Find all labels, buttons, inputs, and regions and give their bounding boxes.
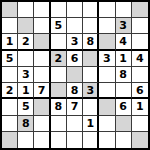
cell-r7c1[interactable] xyxy=(2,99,18,115)
cell-r1c4[interactable] xyxy=(51,2,67,18)
cell-r5c3[interactable] xyxy=(34,67,50,83)
cell-r3c4[interactable] xyxy=(51,34,67,50)
cell-r7c7[interactable] xyxy=(99,99,115,115)
cell-r2c4-given: 5 xyxy=(51,18,67,34)
cell-r5c7[interactable] xyxy=(99,67,115,83)
cell-r9c2[interactable] xyxy=(18,132,34,148)
cell-r6c8[interactable] xyxy=(116,83,132,99)
cell-r4c2[interactable] xyxy=(18,51,34,67)
cell-r8c6-given: 1 xyxy=(83,116,99,132)
cell-r8c8[interactable] xyxy=(116,116,132,132)
cell-r5c1[interactable] xyxy=(2,67,18,83)
cell-r1c3[interactable] xyxy=(34,2,50,18)
cell-r3c2-given: 2 xyxy=(18,34,34,50)
cell-r7c3[interactable] xyxy=(34,99,50,115)
cell-r8c5[interactable] xyxy=(67,116,83,132)
cell-r4c7-given: 3 xyxy=(99,51,115,67)
cell-r5c9[interactable] xyxy=(132,67,148,83)
cell-r8c7[interactable] xyxy=(99,116,115,132)
cell-r6c5-given: 8 xyxy=(67,83,83,99)
cell-r1c9[interactable] xyxy=(132,2,148,18)
cell-r1c6[interactable] xyxy=(83,2,99,18)
cell-r6c9-given: 6 xyxy=(132,83,148,99)
cell-r7c8-given: 6 xyxy=(116,99,132,115)
cell-r4c8-given: 1 xyxy=(116,51,132,67)
cell-r4c6[interactable] xyxy=(83,51,99,67)
cell-r5c4[interactable] xyxy=(51,67,67,83)
cell-r3c1-given: 1 xyxy=(2,34,18,50)
cell-r1c8[interactable] xyxy=(116,2,132,18)
sudoku-board: 5312384526314382178365876181 xyxy=(0,0,150,150)
cell-r8c3[interactable] xyxy=(34,116,50,132)
cell-r2c1[interactable] xyxy=(2,18,18,34)
cell-r6c6-given: 3 xyxy=(83,83,99,99)
cell-r6c2-given: 1 xyxy=(18,83,34,99)
cell-r9c1[interactable] xyxy=(2,132,18,148)
cell-r1c2[interactable] xyxy=(18,2,34,18)
cell-r5c8-given: 8 xyxy=(116,67,132,83)
cell-r2c6[interactable] xyxy=(83,18,99,34)
cell-r5c2-given: 3 xyxy=(18,67,34,83)
cell-r3c6-given: 8 xyxy=(83,34,99,50)
cell-r8c4[interactable] xyxy=(51,116,67,132)
cell-r2c7[interactable] xyxy=(99,18,115,34)
cell-r3c8-given: 4 xyxy=(116,34,132,50)
cell-r4c9-given: 4 xyxy=(132,51,148,67)
cell-r9c4[interactable] xyxy=(51,132,67,148)
cell-r6c1-given: 2 xyxy=(2,83,18,99)
cell-r8c1[interactable] xyxy=(2,116,18,132)
cell-r5c6[interactable] xyxy=(83,67,99,83)
cell-r3c5-given: 3 xyxy=(67,34,83,50)
cell-r2c8-given: 3 xyxy=(116,18,132,34)
cell-r4c4-given: 2 xyxy=(51,51,67,67)
cell-r8c9[interactable] xyxy=(132,116,148,132)
cell-r8c2-given: 8 xyxy=(18,116,34,132)
cell-r4c5-given: 6 xyxy=(67,51,83,67)
cell-r9c9[interactable] xyxy=(132,132,148,148)
cell-r3c9[interactable] xyxy=(132,34,148,50)
cell-r4c3[interactable] xyxy=(34,51,50,67)
cell-r2c3[interactable] xyxy=(34,18,50,34)
cell-r7c2-given: 5 xyxy=(18,99,34,115)
cell-r2c9[interactable] xyxy=(132,18,148,34)
cell-r9c3[interactable] xyxy=(34,132,50,148)
cell-r9c7[interactable] xyxy=(99,132,115,148)
cell-r9c8[interactable] xyxy=(116,132,132,148)
cell-r7c5-given: 7 xyxy=(67,99,83,115)
cell-r1c5[interactable] xyxy=(67,2,83,18)
cell-r6c7[interactable] xyxy=(99,83,115,99)
cell-r2c2[interactable] xyxy=(18,18,34,34)
cell-r9c6[interactable] xyxy=(83,132,99,148)
cell-r7c9-given: 1 xyxy=(132,99,148,115)
cell-r5c5[interactable] xyxy=(67,67,83,83)
cell-r4c1-given: 5 xyxy=(2,51,18,67)
cell-r7c4-given: 8 xyxy=(51,99,67,115)
cell-r6c4[interactable] xyxy=(51,83,67,99)
cell-r7c6[interactable] xyxy=(83,99,99,115)
cell-r2c5[interactable] xyxy=(67,18,83,34)
cell-r1c1[interactable] xyxy=(2,2,18,18)
cell-r1c7[interactable] xyxy=(99,2,115,18)
cell-r9c5[interactable] xyxy=(67,132,83,148)
cell-r3c7[interactable] xyxy=(99,34,115,50)
cell-r6c3-given: 7 xyxy=(34,83,50,99)
cell-r3c3[interactable] xyxy=(34,34,50,50)
